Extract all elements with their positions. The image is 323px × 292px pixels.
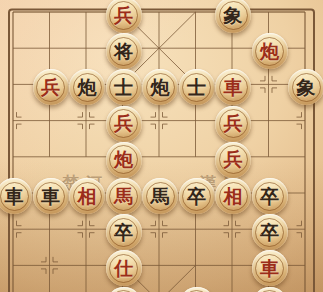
piece-glyph: 炮 xyxy=(114,150,133,169)
piece-glyph: 炮 xyxy=(78,78,97,97)
xiangqi-board[interactable]: 楚河 漢界 兵象将炮兵炮士炮士車象兵兵炮兵車車相馬馬卒相卒卒卒仕車 xyxy=(0,0,323,292)
piece-black-general[interactable]: 将 xyxy=(106,33,142,69)
piece-glyph: 兵 xyxy=(114,6,133,25)
piece-glyph: 士 xyxy=(114,78,133,97)
piece-black-cannon[interactable]: 炮 xyxy=(69,69,105,105)
piece-black-chariot[interactable]: 車 xyxy=(33,178,69,214)
piece-glyph: 馬 xyxy=(151,187,170,206)
piece-glyph: 卒 xyxy=(187,187,206,206)
piece-red-advisor[interactable]: 仕 xyxy=(106,250,142,286)
piece-glyph: 車 xyxy=(260,259,279,278)
piece-red-chariot[interactable]: 車 xyxy=(252,250,288,286)
piece-black-soldier[interactable]: 卒 xyxy=(106,214,142,250)
piece-unknown-partial[interactable] xyxy=(252,287,288,292)
piece-unknown-partial[interactable] xyxy=(106,287,142,292)
piece-red-soldier[interactable]: 兵 xyxy=(215,106,251,142)
piece-black-chariot[interactable]: 車 xyxy=(0,178,32,214)
piece-black-elephant[interactable]: 象 xyxy=(288,69,323,105)
piece-glyph: 車 xyxy=(41,187,60,206)
piece-glyph: 兵 xyxy=(224,150,243,169)
piece-glyph: 卒 xyxy=(260,187,279,206)
piece-unknown-partial[interactable] xyxy=(179,287,215,292)
piece-red-soldier[interactable]: 兵 xyxy=(106,106,142,142)
piece-black-cannon[interactable]: 炮 xyxy=(142,69,178,105)
piece-black-advisor[interactable]: 士 xyxy=(179,69,215,105)
piece-glyph: 兵 xyxy=(224,114,243,133)
piece-red-horse[interactable]: 馬 xyxy=(106,178,142,214)
piece-glyph: 車 xyxy=(224,78,243,97)
piece-black-soldier[interactable]: 卒 xyxy=(252,178,288,214)
piece-glyph: 兵 xyxy=(114,114,133,133)
piece-black-soldier[interactable]: 卒 xyxy=(252,214,288,250)
pieces-layer: 兵象将炮兵炮士炮士車象兵兵炮兵車車相馬馬卒相卒卒卒仕車 xyxy=(0,0,323,292)
piece-glyph: 相 xyxy=(224,187,243,206)
piece-black-advisor[interactable]: 士 xyxy=(106,69,142,105)
piece-black-soldier[interactable]: 卒 xyxy=(179,178,215,214)
piece-glyph: 士 xyxy=(187,78,206,97)
piece-red-cannon[interactable]: 炮 xyxy=(106,142,142,178)
piece-red-chariot[interactable]: 車 xyxy=(215,69,251,105)
piece-red-cannon[interactable]: 炮 xyxy=(252,33,288,69)
piece-glyph: 炮 xyxy=(151,78,170,97)
piece-black-horse[interactable]: 馬 xyxy=(142,178,178,214)
piece-glyph: 炮 xyxy=(260,42,279,61)
piece-red-soldier[interactable]: 兵 xyxy=(33,69,69,105)
piece-glyph: 象 xyxy=(224,6,243,25)
piece-black-elephant[interactable]: 象 xyxy=(215,0,251,33)
piece-glyph: 車 xyxy=(5,187,24,206)
piece-red-soldier[interactable]: 兵 xyxy=(106,0,142,33)
piece-glyph: 象 xyxy=(297,78,316,97)
piece-red-soldier[interactable]: 兵 xyxy=(215,142,251,178)
piece-glyph: 卒 xyxy=(114,223,133,242)
piece-glyph: 将 xyxy=(114,42,133,61)
piece-red-elephant[interactable]: 相 xyxy=(69,178,105,214)
piece-glyph: 仕 xyxy=(114,259,133,278)
piece-red-elephant[interactable]: 相 xyxy=(215,178,251,214)
piece-glyph: 馬 xyxy=(114,187,133,206)
piece-glyph: 相 xyxy=(78,187,97,206)
piece-glyph: 卒 xyxy=(260,223,279,242)
piece-glyph: 兵 xyxy=(41,78,60,97)
